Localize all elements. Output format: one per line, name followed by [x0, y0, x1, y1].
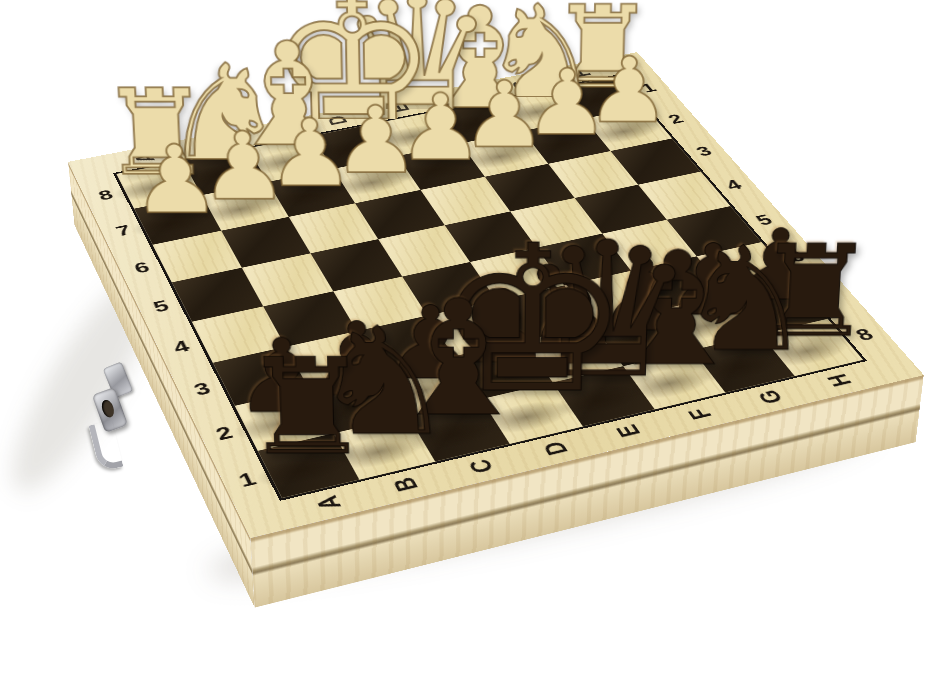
white-pawn-glyph: ♟	[45, 133, 305, 227]
product-photo-stage: ABCDEFGH ABCDEFGH 87654321 12345678 ♜♞♝♚…	[0, 0, 928, 686]
metal-clasp-icon	[86, 364, 142, 468]
black-rook-glyph: ♜	[157, 340, 453, 473]
folding-chess-box: ABCDEFGH ABCDEFGH 87654321 12345678 ♜♞♝♚…	[68, 52, 924, 538]
scene: ABCDEFGH ABCDEFGH 87654321 12345678 ♜♞♝♚…	[140, 0, 800, 592]
